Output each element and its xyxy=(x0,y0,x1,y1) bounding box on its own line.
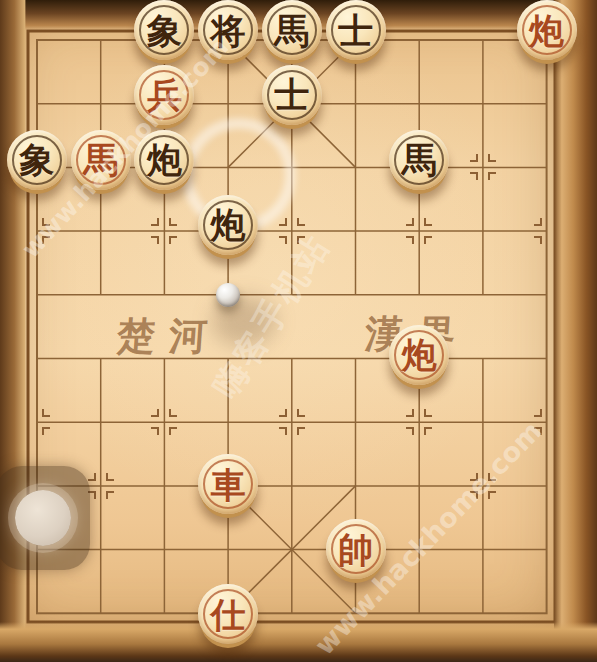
piece-black-cannon[interactable]: 炮 xyxy=(198,195,258,255)
piece-character: 馬 xyxy=(71,130,131,190)
piece-character: 車 xyxy=(198,454,258,514)
piece-character: 象 xyxy=(134,0,194,60)
piece-red-horse[interactable]: 馬 xyxy=(71,130,131,190)
piece-black-advisor[interactable]: 士 xyxy=(326,0,386,60)
piece-character: 炮 xyxy=(389,325,449,385)
piece-character: 馬 xyxy=(389,130,449,190)
piece-black-elephant[interactable]: 象 xyxy=(7,130,67,190)
piece-black-general[interactable]: 将 xyxy=(198,0,258,60)
piece-character: 将 xyxy=(198,0,258,60)
piece-black-elephant[interactable]: 象 xyxy=(134,0,194,60)
piece-red-cannon[interactable]: 炮 xyxy=(517,0,577,60)
piece-character: 炮 xyxy=(198,195,258,255)
piece-black-horse[interactable]: 馬 xyxy=(262,0,322,60)
piece-character: 士 xyxy=(262,65,322,125)
piece-red-cannon[interactable]: 炮 xyxy=(389,325,449,385)
piece-character: 炮 xyxy=(134,130,194,190)
piece-black-advisor[interactable]: 士 xyxy=(262,65,322,125)
piece-red-general[interactable]: 帥 xyxy=(326,519,386,579)
xiangqi-board-screen: 楚河 漢界 象将馬士炮兵士象馬炮馬炮炮車帥仕 www.hackhome.com … xyxy=(0,0,597,662)
piece-character: 士 xyxy=(326,0,386,60)
piece-character: 仕 xyxy=(198,584,258,644)
piece-red-chariot[interactable]: 車 xyxy=(198,454,258,514)
piece-character: 兵 xyxy=(134,65,194,125)
piece-red-advisor[interactable]: 仕 xyxy=(198,584,258,644)
piece-black-horse[interactable]: 馬 xyxy=(389,130,449,190)
record-control-pad-icon xyxy=(15,490,71,546)
piece-red-soldier[interactable]: 兵 xyxy=(134,65,194,125)
piece-character: 帥 xyxy=(326,519,386,579)
record-control-overlay[interactable] xyxy=(0,466,90,570)
piece-black-cannon[interactable]: 炮 xyxy=(134,130,194,190)
piece-character: 馬 xyxy=(262,0,322,60)
piece-character: 炮 xyxy=(517,0,577,60)
piece-character: 象 xyxy=(7,130,67,190)
